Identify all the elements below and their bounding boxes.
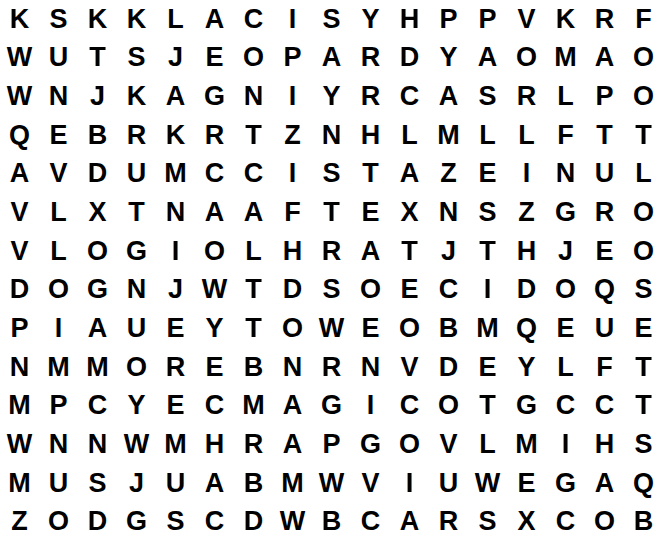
grid-cell[interactable]: U	[117, 155, 156, 194]
grid-cell[interactable]: S	[78, 464, 117, 503]
grid-cell[interactable]: S	[39, 0, 78, 39]
grid-cell[interactable]: I	[390, 464, 429, 503]
grid-cell[interactable]: O	[78, 232, 117, 271]
grid-cell[interactable]: I	[156, 232, 195, 271]
grid-cell[interactable]: W	[0, 77, 39, 116]
grid-cell[interactable]: B	[624, 502, 663, 541]
grid-cell[interactable]: T	[624, 386, 663, 425]
grid-cell[interactable]: B	[429, 309, 468, 348]
grid-cell[interactable]: N	[39, 425, 78, 464]
grid-cell[interactable]: I	[273, 0, 312, 39]
grid-cell[interactable]: N	[351, 348, 390, 387]
grid-cell[interactable]: W	[273, 502, 312, 541]
grid-cell[interactable]: A	[0, 155, 39, 194]
grid-cell[interactable]: J	[156, 39, 195, 78]
grid-cell[interactable]: E	[546, 309, 585, 348]
grid-cell[interactable]: H	[585, 425, 624, 464]
grid-cell[interactable]: R	[117, 116, 156, 155]
grid-cell[interactable]: A	[195, 193, 234, 232]
grid-cell[interactable]: O	[39, 270, 78, 309]
grid-cell[interactable]: O	[195, 232, 234, 271]
grid-cell[interactable]: X	[390, 193, 429, 232]
grid-cell[interactable]: O	[624, 39, 663, 78]
grid-cell[interactable]: I	[39, 309, 78, 348]
grid-cell[interactable]: H	[390, 0, 429, 39]
grid-cell[interactable]: I	[468, 270, 507, 309]
grid-cell[interactable]: W	[0, 39, 39, 78]
grid-cell[interactable]: G	[78, 270, 117, 309]
grid-cell[interactable]: I	[507, 155, 546, 194]
grid-cell[interactable]: V	[39, 155, 78, 194]
grid-cell[interactable]: P	[585, 77, 624, 116]
grid-cell[interactable]: H	[273, 232, 312, 271]
grid-cell[interactable]: U	[585, 155, 624, 194]
grid-cell[interactable]: T	[78, 39, 117, 78]
grid-cell[interactable]: A	[390, 502, 429, 541]
grid-cell[interactable]: V	[351, 464, 390, 503]
grid-cell[interactable]: S	[156, 502, 195, 541]
grid-cell[interactable]: T	[468, 386, 507, 425]
grid-cell[interactable]: L	[624, 155, 663, 194]
grid-cell[interactable]: C	[195, 386, 234, 425]
grid-cell[interactable]: A	[195, 0, 234, 39]
grid-cell[interactable]: W	[195, 270, 234, 309]
grid-cell[interactable]: A	[273, 425, 312, 464]
grid-cell[interactable]: G	[117, 502, 156, 541]
grid-cell[interactable]: C	[390, 77, 429, 116]
grid-cell[interactable]: S	[624, 425, 663, 464]
grid-cell[interactable]: A	[468, 39, 507, 78]
grid-cell[interactable]: O	[273, 309, 312, 348]
grid-cell[interactable]: C	[546, 386, 585, 425]
grid-cell[interactable]: Y	[117, 386, 156, 425]
grid-cell[interactable]: O	[351, 270, 390, 309]
grid-cell[interactable]: T	[351, 155, 390, 194]
grid-cell[interactable]: N	[0, 348, 39, 387]
grid-cell[interactable]: Y	[195, 309, 234, 348]
grid-cell[interactable]: P	[468, 0, 507, 39]
grid-cell[interactable]: U	[156, 464, 195, 503]
grid-cell[interactable]: G	[117, 232, 156, 271]
grid-cell[interactable]: W	[0, 425, 39, 464]
grid-cell[interactable]: G	[546, 464, 585, 503]
grid-cell[interactable]: G	[351, 425, 390, 464]
grid-cell[interactable]: F	[624, 0, 663, 39]
grid-cell[interactable]: M	[156, 425, 195, 464]
grid-cell[interactable]: L	[156, 0, 195, 39]
grid-cell[interactable]: G	[546, 193, 585, 232]
grid-cell[interactable]: B	[312, 502, 351, 541]
grid-cell[interactable]: M	[0, 464, 39, 503]
grid-cell[interactable]: R	[312, 232, 351, 271]
grid-cell[interactable]: S	[468, 502, 507, 541]
grid-cell[interactable]: R	[585, 193, 624, 232]
grid-cell[interactable]: E	[195, 348, 234, 387]
grid-cell[interactable]: J	[429, 232, 468, 271]
grid-cell[interactable]: D	[78, 502, 117, 541]
grid-cell[interactable]: R	[156, 348, 195, 387]
grid-cell[interactable]: E	[156, 386, 195, 425]
grid-cell[interactable]: P	[273, 39, 312, 78]
grid-cell[interactable]: J	[117, 464, 156, 503]
grid-cell[interactable]: Z	[273, 116, 312, 155]
grid-cell[interactable]: A	[312, 39, 351, 78]
grid-cell[interactable]: C	[546, 502, 585, 541]
grid-cell[interactable]: E	[468, 155, 507, 194]
grid-cell[interactable]: I	[273, 155, 312, 194]
grid-cell[interactable]: M	[156, 155, 195, 194]
grid-cell[interactable]: R	[507, 77, 546, 116]
grid-cell[interactable]: E	[585, 232, 624, 271]
grid-cell[interactable]: O	[390, 309, 429, 348]
grid-cell[interactable]: J	[156, 270, 195, 309]
grid-cell[interactable]: K	[156, 116, 195, 155]
grid-cell[interactable]: C	[585, 386, 624, 425]
grid-cell[interactable]: H	[351, 116, 390, 155]
grid-cell[interactable]: E	[351, 193, 390, 232]
grid-cell[interactable]: S	[624, 270, 663, 309]
grid-cell[interactable]: E	[507, 464, 546, 503]
grid-cell[interactable]: O	[585, 502, 624, 541]
grid-cell[interactable]: L	[468, 425, 507, 464]
grid-cell[interactable]: Y	[351, 0, 390, 39]
grid-cell[interactable]: R	[312, 348, 351, 387]
grid-cell[interactable]: M	[468, 309, 507, 348]
grid-cell[interactable]: M	[78, 348, 117, 387]
grid-cell[interactable]: F	[546, 116, 585, 155]
grid-cell[interactable]: V	[0, 232, 39, 271]
grid-cell[interactable]: C	[429, 270, 468, 309]
grid-cell[interactable]: L	[39, 232, 78, 271]
grid-cell[interactable]: O	[507, 39, 546, 78]
grid-cell[interactable]: M	[429, 116, 468, 155]
grid-cell[interactable]: N	[39, 77, 78, 116]
grid-cell[interactable]: T	[234, 270, 273, 309]
grid-cell[interactable]: O	[429, 386, 468, 425]
grid-cell[interactable]: B	[78, 116, 117, 155]
grid-cell[interactable]: T	[585, 116, 624, 155]
grid-cell[interactable]: A	[429, 77, 468, 116]
grid-cell[interactable]: Q	[585, 270, 624, 309]
grid-cell[interactable]: V	[507, 0, 546, 39]
grid-cell[interactable]: E	[624, 309, 663, 348]
grid-cell[interactable]: P	[0, 309, 39, 348]
grid-cell[interactable]: Z	[429, 155, 468, 194]
grid-cell[interactable]: M	[39, 348, 78, 387]
grid-cell[interactable]: E	[195, 39, 234, 78]
grid-cell[interactable]: D	[507, 270, 546, 309]
grid-cell[interactable]: N	[156, 193, 195, 232]
grid-cell[interactable]: A	[273, 386, 312, 425]
grid-cell[interactable]: J	[78, 77, 117, 116]
grid-cell[interactable]: R	[585, 0, 624, 39]
grid-cell[interactable]: S	[312, 0, 351, 39]
grid-cell[interactable]: T	[234, 309, 273, 348]
grid-cell[interactable]: E	[156, 309, 195, 348]
grid-cell[interactable]: A	[585, 464, 624, 503]
word-search-grid: KSKKLACISYHPPVKRFWUTSJEOPARDYAOMAOWNJKAG…	[0, 0, 663, 541]
grid-cell[interactable]: A	[390, 155, 429, 194]
grid-cell[interactable]: A	[78, 309, 117, 348]
grid-cell[interactable]: O	[234, 39, 273, 78]
grid-cell[interactable]: W	[468, 464, 507, 503]
grid-cell[interactable]: G	[195, 77, 234, 116]
grid-cell[interactable]: A	[585, 39, 624, 78]
grid-cell[interactable]: S	[312, 155, 351, 194]
grid-cell[interactable]: E	[39, 116, 78, 155]
grid-cell[interactable]: N	[78, 425, 117, 464]
grid-cell[interactable]: L	[39, 193, 78, 232]
grid-cell[interactable]: W	[312, 309, 351, 348]
grid-cell[interactable]: U	[117, 309, 156, 348]
grid-cell[interactable]: L	[234, 232, 273, 271]
grid-cell[interactable]: H	[507, 232, 546, 271]
grid-cell[interactable]: T	[234, 116, 273, 155]
grid-cell[interactable]: T	[117, 193, 156, 232]
grid-cell[interactable]: O	[390, 425, 429, 464]
grid-cell[interactable]: A	[156, 77, 195, 116]
grid-cell[interactable]: P	[312, 425, 351, 464]
grid-cell[interactable]: R	[351, 77, 390, 116]
grid-cell[interactable]: D	[390, 39, 429, 78]
grid-cell[interactable]: E	[468, 348, 507, 387]
grid-cell[interactable]: N	[273, 348, 312, 387]
grid-cell[interactable]: M	[234, 386, 273, 425]
grid-cell[interactable]: K	[117, 77, 156, 116]
grid-cell[interactable]: S	[468, 193, 507, 232]
grid-cell[interactable]: C	[234, 0, 273, 39]
grid-cell[interactable]: L	[468, 116, 507, 155]
grid-cell[interactable]: T	[312, 193, 351, 232]
grid-cell[interactable]: C	[351, 502, 390, 541]
grid-cell[interactable]: C	[390, 386, 429, 425]
grid-cell[interactable]: A	[351, 232, 390, 271]
grid-cell[interactable]: M	[546, 39, 585, 78]
grid-cell[interactable]: K	[546, 0, 585, 39]
grid-cell[interactable]: I	[546, 425, 585, 464]
grid-cell[interactable]: F	[585, 348, 624, 387]
grid-cell[interactable]: R	[195, 116, 234, 155]
grid-cell[interactable]: G	[507, 386, 546, 425]
grid-cell[interactable]: R	[234, 425, 273, 464]
grid-cell[interactable]: O	[546, 270, 585, 309]
grid-cell[interactable]: Q	[624, 464, 663, 503]
grid-cell[interactable]: Z	[0, 502, 39, 541]
grid-cell[interactable]: E	[390, 270, 429, 309]
grid-cell[interactable]: E	[351, 309, 390, 348]
grid-cell[interactable]: V	[429, 425, 468, 464]
grid-cell[interactable]: X	[78, 193, 117, 232]
grid-cell[interactable]: L	[507, 116, 546, 155]
grid-cell[interactable]: K	[0, 0, 39, 39]
grid-cell[interactable]: F	[273, 193, 312, 232]
grid-cell[interactable]: O	[39, 502, 78, 541]
grid-cell[interactable]: R	[429, 502, 468, 541]
grid-cell[interactable]: M	[273, 464, 312, 503]
grid-cell[interactable]: Z	[507, 193, 546, 232]
grid-cell[interactable]: M	[507, 425, 546, 464]
grid-cell[interactable]: P	[429, 0, 468, 39]
grid-cell[interactable]: Y	[312, 77, 351, 116]
grid-cell[interactable]: N	[117, 270, 156, 309]
grid-cell[interactable]: X	[507, 502, 546, 541]
grid-cell[interactable]: Q	[507, 309, 546, 348]
grid-cell[interactable]: L	[546, 348, 585, 387]
grid-cell[interactable]: N	[234, 77, 273, 116]
grid-cell[interactable]: S	[312, 270, 351, 309]
grid-cell[interactable]: W	[312, 464, 351, 503]
grid-cell[interactable]: Q	[0, 116, 39, 155]
grid-cell[interactable]: Y	[429, 39, 468, 78]
grid-cell[interactable]: C	[78, 386, 117, 425]
grid-cell[interactable]: U	[429, 464, 468, 503]
grid-cell[interactable]: Y	[507, 348, 546, 387]
grid-cell[interactable]: D	[234, 502, 273, 541]
grid-cell[interactable]: K	[78, 0, 117, 39]
grid-cell[interactable]: C	[195, 502, 234, 541]
grid-cell[interactable]: U	[39, 464, 78, 503]
grid-cell[interactable]: G	[312, 386, 351, 425]
grid-cell[interactable]: T	[624, 348, 663, 387]
grid-cell[interactable]: M	[0, 386, 39, 425]
grid-cell[interactable]: D	[429, 348, 468, 387]
grid-cell[interactable]: P	[39, 386, 78, 425]
grid-cell[interactable]: J	[546, 232, 585, 271]
grid-cell[interactable]: O	[624, 232, 663, 271]
grid-cell[interactable]: T	[624, 116, 663, 155]
grid-cell[interactable]: O	[624, 193, 663, 232]
grid-cell[interactable]: B	[234, 348, 273, 387]
grid-cell[interactable]: I	[351, 386, 390, 425]
grid-cell[interactable]: D	[78, 155, 117, 194]
grid-cell[interactable]: R	[351, 39, 390, 78]
grid-cell[interactable]: K	[117, 0, 156, 39]
grid-cell[interactable]: S	[117, 39, 156, 78]
grid-cell[interactable]: T	[468, 232, 507, 271]
grid-cell[interactable]: I	[273, 77, 312, 116]
grid-cell[interactable]: D	[273, 270, 312, 309]
grid-cell[interactable]: N	[429, 193, 468, 232]
grid-cell[interactable]: N	[312, 116, 351, 155]
grid-cell[interactable]: U	[585, 309, 624, 348]
grid-cell[interactable]: D	[0, 270, 39, 309]
grid-cell[interactable]: T	[390, 232, 429, 271]
grid-cell[interactable]: B	[234, 464, 273, 503]
grid-cell[interactable]: S	[468, 77, 507, 116]
grid-cell[interactable]: V	[390, 348, 429, 387]
grid-cell[interactable]: C	[195, 155, 234, 194]
grid-cell[interactable]: C	[234, 155, 273, 194]
grid-cell[interactable]: L	[546, 77, 585, 116]
grid-cell[interactable]: O	[117, 348, 156, 387]
grid-cell[interactable]: U	[39, 39, 78, 78]
grid-cell[interactable]: A	[195, 464, 234, 503]
grid-cell[interactable]: V	[0, 193, 39, 232]
grid-cell[interactable]: L	[390, 116, 429, 155]
grid-cell[interactable]: O	[624, 77, 663, 116]
grid-cell[interactable]: W	[117, 425, 156, 464]
grid-cell[interactable]: N	[546, 155, 585, 194]
grid-cell[interactable]: H	[195, 425, 234, 464]
grid-cell[interactable]: A	[234, 193, 273, 232]
